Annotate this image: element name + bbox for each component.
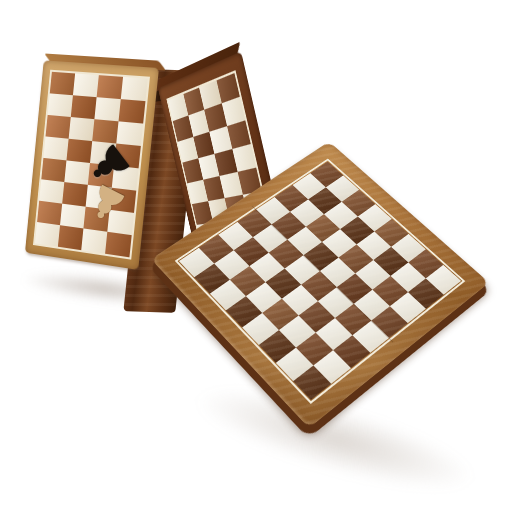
flat-square-r8c2 [194, 264, 230, 294]
flat-square-r3c8 [390, 292, 426, 323]
folded_left-square-r2c1 [48, 93, 73, 117]
flat-square-r5c6 [318, 287, 354, 318]
product-photo-scene: ♟ ♟ [0, 0, 512, 512]
flat-square-r6c5 [282, 285, 318, 316]
folded_left-square-r2c2 [71, 95, 97, 119]
folded_left-square-r1c1 [50, 72, 75, 95]
flat-square-r6c8 [333, 335, 370, 368]
folded_left-square-r5c2 [64, 160, 90, 184]
flat-square-r4c7 [354, 290, 390, 321]
flat-square-r4c8 [371, 306, 407, 338]
folded_left-square-r5c3 [88, 163, 114, 188]
left-panel-checkerboard [33, 70, 150, 260]
folded_left-square-r3c2 [69, 117, 95, 141]
folded_left-square-r3c3 [92, 119, 118, 143]
folded_left-square-r3c1 [46, 115, 71, 139]
flat-square-r8c4 [226, 296, 262, 327]
left-panel-frame [25, 60, 159, 270]
flat-square-r5c8 [352, 321, 389, 353]
folded_left-square-r7c2 [60, 204, 86, 229]
folded_left-square-r6c3 [86, 185, 112, 210]
flat-square-r7c5 [262, 299, 298, 330]
flat-square-r7c7 [296, 333, 333, 366]
folded_left-square-r4c1 [43, 136, 68, 160]
folded_left-square-r4c3 [90, 141, 116, 166]
flat-square-r8c8 [293, 365, 331, 399]
folded-board-left-panel [25, 60, 159, 270]
folded_left-square-r7c1 [37, 201, 62, 226]
folded_left-square-r8c2 [58, 225, 84, 250]
flat-square-r6c4 [266, 269, 302, 299]
folded_left-square-r8c4 [105, 232, 132, 258]
folded_left-square-r6c2 [62, 182, 88, 207]
flat-square-r6c6 [299, 301, 335, 332]
flat-square-r6c7 [316, 318, 353, 350]
folded_left-square-r1c3 [97, 75, 123, 99]
flat-square-r5c7 [335, 304, 371, 336]
flat-square-r7c3 [230, 266, 266, 296]
flat-square-r7c8 [313, 350, 351, 384]
folded_left-square-r5c4 [112, 166, 139, 191]
folded_left-square-r4c2 [66, 139, 92, 163]
flat-square-r7c6 [279, 315, 316, 347]
flat-square-r4c6 [337, 273, 373, 303]
folded_left-square-r2c3 [94, 97, 120, 121]
folded_left-square-r2c4 [119, 99, 146, 123]
flat-square-r3c7 [372, 276, 408, 306]
folded_left-square-r5c1 [41, 158, 66, 182]
folded_left-square-r6c1 [39, 179, 64, 203]
flat-square-r7c4 [246, 282, 282, 313]
folded_left-square-r1c2 [73, 73, 99, 97]
folded_left-square-r6c4 [110, 188, 137, 213]
folded_left-square-r4c4 [114, 144, 141, 169]
folded_left-square-r1c4 [121, 77, 148, 101]
folded_left-square-r3c4 [116, 121, 143, 146]
flat-square-r8c6 [259, 330, 296, 363]
flat-square-r8c3 [210, 280, 246, 311]
flat-square-r5c5 [301, 271, 337, 301]
folded_left-square-r8c3 [81, 228, 107, 253]
flat-square-r8c5 [242, 313, 279, 345]
flat-square-r8c7 [276, 348, 314, 382]
folded_left-square-r8c1 [35, 222, 60, 247]
flat-square-r2c8 [408, 278, 444, 308]
